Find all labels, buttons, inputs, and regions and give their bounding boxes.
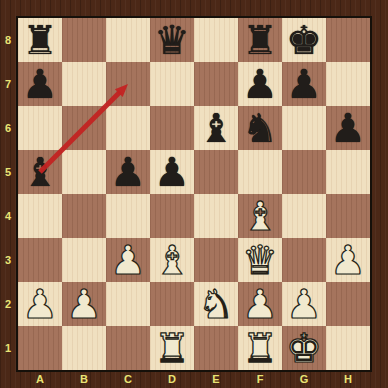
square-a1[interactable] — [18, 326, 62, 370]
piece-black-bishop-a5[interactable]: ♝ — [22, 150, 58, 194]
square-g1[interactable]: ♚ — [282, 326, 326, 370]
square-c5[interactable]: ♟ — [106, 150, 150, 194]
square-g5[interactable] — [282, 150, 326, 194]
square-h7[interactable] — [326, 62, 370, 106]
square-d3[interactable]: ♝ — [150, 238, 194, 282]
square-a8[interactable]: ♜ — [18, 18, 62, 62]
square-b4[interactable] — [62, 194, 106, 238]
square-f3[interactable]: ♛ — [238, 238, 282, 282]
square-a7[interactable]: ♟ — [18, 62, 62, 106]
piece-white-bishop-f4[interactable]: ♝ — [242, 194, 278, 238]
square-f1[interactable]: ♜ — [238, 326, 282, 370]
chess-board-frame: ♜♛♜♚♟♟♟♝♞♟♝♟♟♝♟♝♛♟♟♟♞♟♟♜♜♚ ABCDEFGH87654… — [0, 0, 388, 388]
square-c2[interactable] — [106, 282, 150, 326]
square-d8[interactable]: ♛ — [150, 18, 194, 62]
square-g4[interactable] — [282, 194, 326, 238]
square-h8[interactable] — [326, 18, 370, 62]
square-a6[interactable] — [18, 106, 62, 150]
square-g2[interactable]: ♟ — [282, 282, 326, 326]
piece-black-pawn-a7[interactable]: ♟ — [22, 62, 58, 106]
piece-black-queen-d8[interactable]: ♛ — [154, 18, 190, 62]
square-c3[interactable]: ♟ — [106, 238, 150, 282]
square-a4[interactable] — [18, 194, 62, 238]
file-label-h: H — [326, 371, 370, 387]
square-c1[interactable] — [106, 326, 150, 370]
rank-label-2: 2 — [0, 282, 16, 326]
piece-white-bishop-d3[interactable]: ♝ — [154, 238, 190, 282]
piece-black-rook-a8[interactable]: ♜ — [22, 18, 58, 62]
piece-white-rook-f1[interactable]: ♜ — [242, 326, 278, 370]
square-c8[interactable] — [106, 18, 150, 62]
piece-white-pawn-f2[interactable]: ♟ — [242, 282, 278, 326]
square-f5[interactable] — [238, 150, 282, 194]
piece-white-pawn-g2[interactable]: ♟ — [286, 282, 322, 326]
square-f4[interactable]: ♝ — [238, 194, 282, 238]
file-label-a: A — [18, 371, 62, 387]
piece-black-pawn-c5[interactable]: ♟ — [110, 150, 146, 194]
piece-black-rook-f8[interactable]: ♜ — [242, 18, 278, 62]
square-b3[interactable] — [62, 238, 106, 282]
square-d5[interactable]: ♟ — [150, 150, 194, 194]
square-d6[interactable] — [150, 106, 194, 150]
piece-black-knight-f6[interactable]: ♞ — [242, 106, 278, 150]
square-h3[interactable]: ♟ — [326, 238, 370, 282]
square-e7[interactable] — [194, 62, 238, 106]
rank-label-6: 6 — [0, 106, 16, 150]
square-b6[interactable] — [62, 106, 106, 150]
square-a2[interactable]: ♟ — [18, 282, 62, 326]
square-b1[interactable] — [62, 326, 106, 370]
piece-black-pawn-h6[interactable]: ♟ — [330, 106, 366, 150]
square-d4[interactable] — [150, 194, 194, 238]
square-f2[interactable]: ♟ — [238, 282, 282, 326]
file-label-c: C — [106, 371, 150, 387]
file-label-f: F — [238, 371, 282, 387]
file-label-b: B — [62, 371, 106, 387]
square-g6[interactable] — [282, 106, 326, 150]
square-d2[interactable] — [150, 282, 194, 326]
rank-label-3: 3 — [0, 238, 16, 282]
rank-label-8: 8 — [0, 18, 16, 62]
square-e6[interactable]: ♝ — [194, 106, 238, 150]
piece-black-bishop-e6[interactable]: ♝ — [198, 106, 234, 150]
square-h5[interactable] — [326, 150, 370, 194]
square-f6[interactable]: ♞ — [238, 106, 282, 150]
chess-board: ♜♛♜♚♟♟♟♝♞♟♝♟♟♝♟♝♛♟♟♟♞♟♟♜♜♚ — [18, 18, 370, 370]
square-e3[interactable] — [194, 238, 238, 282]
file-label-g: G — [282, 371, 326, 387]
piece-white-pawn-c3[interactable]: ♟ — [110, 238, 146, 282]
square-d1[interactable]: ♜ — [150, 326, 194, 370]
piece-black-pawn-d5[interactable]: ♟ — [154, 150, 190, 194]
square-d7[interactable] — [150, 62, 194, 106]
square-g8[interactable]: ♚ — [282, 18, 326, 62]
piece-white-king-g1[interactable]: ♚ — [286, 326, 322, 370]
rank-label-4: 4 — [0, 194, 16, 238]
square-e8[interactable] — [194, 18, 238, 62]
piece-black-pawn-f7[interactable]: ♟ — [242, 62, 278, 106]
rank-label-5: 5 — [0, 150, 16, 194]
square-a5[interactable]: ♝ — [18, 150, 62, 194]
piece-white-pawn-b2[interactable]: ♟ — [66, 282, 102, 326]
rank-label-7: 7 — [0, 62, 16, 106]
square-b7[interactable] — [62, 62, 106, 106]
piece-white-knight-e2[interactable]: ♞ — [198, 282, 234, 326]
square-f8[interactable]: ♜ — [238, 18, 282, 62]
piece-white-pawn-a2[interactable]: ♟ — [22, 282, 58, 326]
square-e1[interactable] — [194, 326, 238, 370]
square-b8[interactable] — [62, 18, 106, 62]
square-e5[interactable] — [194, 150, 238, 194]
square-c4[interactable] — [106, 194, 150, 238]
square-b5[interactable] — [62, 150, 106, 194]
square-f7[interactable]: ♟ — [238, 62, 282, 106]
square-e4[interactable] — [194, 194, 238, 238]
file-label-d: D — [150, 371, 194, 387]
square-h2[interactable] — [326, 282, 370, 326]
square-b2[interactable]: ♟ — [62, 282, 106, 326]
square-a3[interactable] — [18, 238, 62, 282]
square-g3[interactable] — [282, 238, 326, 282]
square-e2[interactable]: ♞ — [194, 282, 238, 326]
square-g7[interactable]: ♟ — [282, 62, 326, 106]
piece-white-pawn-h3[interactable]: ♟ — [330, 238, 366, 282]
rank-label-1: 1 — [0, 326, 16, 370]
square-h1[interactable] — [326, 326, 370, 370]
square-h6[interactable]: ♟ — [326, 106, 370, 150]
piece-white-rook-d1[interactable]: ♜ — [154, 326, 190, 370]
piece-white-queen-f3[interactable]: ♛ — [242, 238, 278, 282]
file-label-e: E — [194, 371, 238, 387]
piece-black-king-g8[interactable]: ♚ — [286, 18, 322, 62]
square-h4[interactable] — [326, 194, 370, 238]
square-c7[interactable] — [106, 62, 150, 106]
piece-black-pawn-g7[interactable]: ♟ — [286, 62, 322, 106]
square-c6[interactable] — [106, 106, 150, 150]
